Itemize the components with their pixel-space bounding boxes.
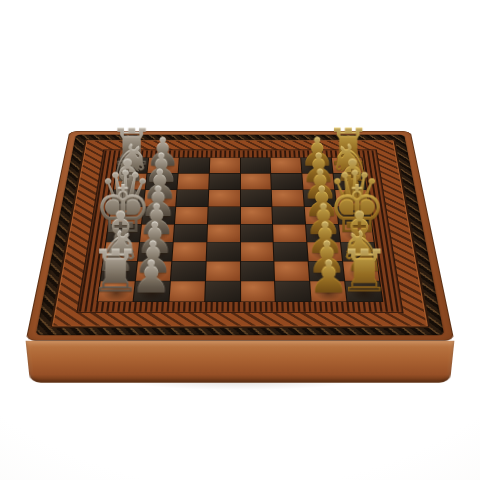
square-r0c5[interactable] bbox=[271, 158, 302, 173]
square-r5c3[interactable] bbox=[206, 243, 239, 261]
square-r0c3[interactable] bbox=[209, 158, 239, 173]
checkerboard: ♜♟♟♜♞♟♟♞♝♟♟♝♛♟♟♛♚♟♟♚♝♟♟♝♞♟♟♞♜♟♟♜ bbox=[97, 157, 384, 302]
square-r2c5[interactable] bbox=[272, 190, 304, 206]
square-r0c4[interactable] bbox=[240, 158, 270, 173]
square-r4c4[interactable] bbox=[241, 224, 274, 242]
square-r1c2[interactable] bbox=[177, 174, 208, 190]
square-r4c5[interactable] bbox=[273, 224, 306, 242]
square-r2c2[interactable] bbox=[176, 190, 208, 206]
black-rook-piece[interactable]: ♜ bbox=[338, 245, 390, 299]
square-r2c3[interactable] bbox=[208, 190, 239, 206]
square-r5c4[interactable] bbox=[241, 243, 274, 261]
square-r7c7[interactable]: ♜ bbox=[345, 281, 382, 301]
square-r7c3[interactable] bbox=[205, 281, 240, 301]
product-photo-scene: ♜♟♟♜♞♟♟♞♝♟♟♝♛♟♟♛♚♟♟♚♝♟♟♝♞♟♟♞♜♟♟♜ bbox=[0, 0, 480, 480]
square-r1c3[interactable] bbox=[209, 174, 240, 190]
board-box-front-side bbox=[26, 341, 455, 383]
chess-board: ♜♟♟♜♞♟♟♞♝♟♟♝♛♟♟♛♚♟♟♚♝♟♟♝♞♟♟♞♜♟♟♜ bbox=[26, 131, 455, 341]
square-r2c4[interactable] bbox=[240, 190, 271, 206]
square-r4c2[interactable] bbox=[173, 224, 206, 242]
white-rook-piece[interactable]: ♜ bbox=[89, 245, 141, 299]
square-r7c4[interactable] bbox=[241, 281, 276, 301]
square-r7c0[interactable]: ♜ bbox=[98, 281, 135, 301]
square-r1c5[interactable] bbox=[272, 174, 303, 190]
square-r4c3[interactable] bbox=[207, 224, 240, 242]
square-r1c4[interactable] bbox=[240, 174, 271, 190]
square-r0c2[interactable] bbox=[178, 158, 209, 173]
square-r5c2[interactable] bbox=[172, 243, 206, 261]
square-r5c5[interactable] bbox=[274, 243, 308, 261]
square-r7c2[interactable] bbox=[169, 281, 204, 301]
square-r7c5[interactable] bbox=[275, 281, 310, 301]
